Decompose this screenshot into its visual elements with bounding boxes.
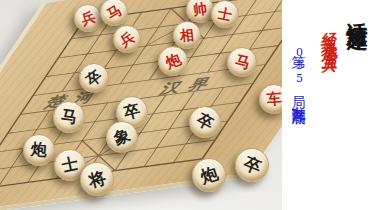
piece-character: 马 [104, 2, 123, 21]
piece-character: 车 [266, 91, 282, 107]
piece-character: 象 [112, 127, 133, 148]
piece-red-车[interactable]: 车 [259, 84, 282, 114]
piece-character: 炮 [30, 141, 47, 158]
piece-character: 将 [87, 169, 108, 190]
piece-red-马[interactable]: 马 [227, 47, 257, 77]
piece-character: 卒 [83, 67, 104, 88]
xiangqi-photo-page: 楚河 汉界 兵马帅士相兵炮马车卒马卒象炮士将卒炮卒 适情雅趣 经典杀局宝典 第0… [0, 0, 374, 210]
piece-character: 马 [60, 108, 78, 126]
piece-black-卒[interactable]: 卒 [235, 148, 269, 182]
piece-red-马[interactable]: 马 [100, 0, 128, 26]
piece-red-兵[interactable]: 兵 [74, 4, 102, 32]
piece-character: 士 [217, 6, 234, 23]
puzzle-label: 第035局龙翻潭底 [290, 44, 308, 101]
book-title: 适情雅趣 [343, 6, 371, 14]
piece-character: 卒 [122, 102, 141, 121]
puzzle-name: 龙翻潭底 [291, 95, 307, 101]
piece-character: 士 [61, 156, 80, 175]
pieces-layer: 兵马帅士相兵炮马车卒马卒象炮士将卒炮卒 [0, 0, 282, 210]
piece-character: 卒 [194, 111, 216, 133]
piece-character: 马 [233, 53, 251, 71]
piece-character: 相 [179, 27, 194, 42]
piece-red-士[interactable]: 士 [211, 0, 239, 28]
puzzle-number-digits: 035 [293, 46, 306, 85]
piece-black-马[interactable]: 马 [53, 101, 85, 133]
board-photo-area: 楚河 汉界 兵马帅士相兵炮马车卒马卒象炮士将卒炮卒 [0, 0, 282, 210]
piece-red-相[interactable]: 相 [173, 21, 201, 49]
piece-red-炮[interactable]: 炮 [158, 46, 188, 76]
piece-red-帅[interactable]: 帅 [186, 0, 214, 23]
piece-black-炮[interactable]: 炮 [192, 158, 226, 192]
puzzle-number-suffix: 局 [291, 85, 307, 87]
piece-black-卒[interactable]: 卒 [189, 106, 221, 138]
series-title: 经典杀局宝典 [317, 20, 337, 51]
piece-character: 兵 [79, 9, 97, 27]
piece-red-兵[interactable]: 兵 [113, 25, 141, 53]
piece-character: 炮 [163, 51, 183, 71]
piece-black-卒[interactable]: 卒 [79, 63, 109, 93]
piece-character: 帅 [192, 1, 208, 17]
piece-black-炮[interactable]: 炮 [23, 134, 55, 166]
piece-character: 卒 [241, 154, 263, 176]
piece-character: 兵 [117, 29, 136, 48]
piece-character: 炮 [198, 164, 219, 185]
info-panel: 适情雅趣 经典杀局宝典 第035局龙翻潭底 [282, 0, 374, 210]
piece-black-将[interactable]: 将 [80, 162, 114, 196]
piece-black-象[interactable]: 象 [106, 121, 138, 153]
